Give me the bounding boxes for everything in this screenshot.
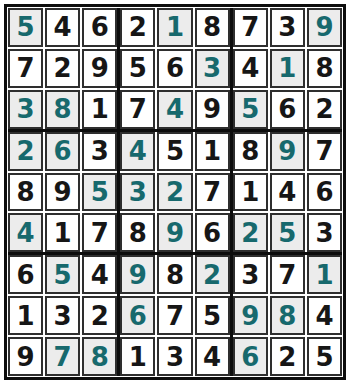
box-1-1: 546729381 <box>8 8 117 129</box>
cell-r5c1-solved[interactable]: 8 <box>8 173 43 212</box>
cell-r1c6-solved[interactable]: 8 <box>195 8 230 47</box>
cell-r7c3-solved[interactable]: 4 <box>82 255 117 294</box>
cell-r5c2-solved[interactable]: 9 <box>45 173 80 212</box>
sudoku-board-frame: 5467293812185637497394185622638954174513… <box>4 4 346 380</box>
cell-r8c2-solved[interactable]: 3 <box>45 296 80 335</box>
cell-r3c7-given[interactable]: 5 <box>233 90 268 129</box>
cell-r6c3-solved[interactable]: 7 <box>82 213 117 252</box>
cell-r8c5-solved[interactable]: 7 <box>157 296 192 335</box>
cell-r1c8-solved[interactable]: 3 <box>270 8 305 47</box>
cell-r3c5-given[interactable]: 4 <box>157 90 192 129</box>
cell-r2c2-solved[interactable]: 2 <box>45 49 80 88</box>
cell-r6c5-given[interactable]: 9 <box>157 213 192 252</box>
cell-r1c2-solved[interactable]: 4 <box>45 8 80 47</box>
cell-r4c9-solved[interactable]: 7 <box>307 132 342 171</box>
cell-r5c3-given[interactable]: 5 <box>82 173 117 212</box>
cell-r3c8-solved[interactable]: 6 <box>270 90 305 129</box>
cell-r4c1-given[interactable]: 2 <box>8 132 43 171</box>
cell-r3c3-solved[interactable]: 1 <box>82 90 117 129</box>
cell-r9c7-given[interactable]: 6 <box>233 337 268 376</box>
cell-r7c8-solved[interactable]: 7 <box>270 255 305 294</box>
cell-r8c6-solved[interactable]: 5 <box>195 296 230 335</box>
box-2-1: 263895417 <box>8 132 117 253</box>
cell-r9c1-solved[interactable]: 9 <box>8 337 43 376</box>
cell-r5c6-solved[interactable]: 7 <box>195 173 230 212</box>
cell-r9c3-given[interactable]: 8 <box>82 337 117 376</box>
cell-r8c8-given[interactable]: 8 <box>270 296 305 335</box>
cell-r2c5-solved[interactable]: 6 <box>157 49 192 88</box>
cell-r5c5-given[interactable]: 2 <box>157 173 192 212</box>
cell-r7c9-given[interactable]: 1 <box>307 255 342 294</box>
cell-r9c8-solved[interactable]: 2 <box>270 337 305 376</box>
box-2-2: 451327896 <box>120 132 229 253</box>
cell-r9c9-solved[interactable]: 5 <box>307 337 342 376</box>
cell-r7c6-given[interactable]: 2 <box>195 255 230 294</box>
cell-r8c9-solved[interactable]: 4 <box>307 296 342 335</box>
cell-r1c7-solved[interactable]: 7 <box>233 8 268 47</box>
box-3-1: 654132978 <box>8 255 117 376</box>
cell-r3c6-solved[interactable]: 9 <box>195 90 230 129</box>
cell-r6c7-given[interactable]: 2 <box>233 213 268 252</box>
cell-r9c6-solved[interactable]: 4 <box>195 337 230 376</box>
cell-r7c4-given[interactable]: 9 <box>120 255 155 294</box>
cell-r1c5-given[interactable]: 1 <box>157 8 192 47</box>
cell-r5c7-solved[interactable]: 1 <box>233 173 268 212</box>
cell-r8c1-solved[interactable]: 1 <box>8 296 43 335</box>
cell-r3c1-given[interactable]: 3 <box>8 90 43 129</box>
cell-r4c5-solved[interactable]: 5 <box>157 132 192 171</box>
cell-r6c1-given[interactable]: 4 <box>8 213 43 252</box>
cell-r2c8-given[interactable]: 1 <box>270 49 305 88</box>
cell-r1c3-solved[interactable]: 6 <box>82 8 117 47</box>
cell-r4c8-given[interactable]: 9 <box>270 132 305 171</box>
cell-r4c7-solved[interactable]: 8 <box>233 132 268 171</box>
cell-r1c9-given[interactable]: 9 <box>307 8 342 47</box>
cell-r4c6-solved[interactable]: 1 <box>195 132 230 171</box>
cell-r9c5-solved[interactable]: 3 <box>157 337 192 376</box>
cell-r2c3-solved[interactable]: 9 <box>82 49 117 88</box>
cell-r3c9-solved[interactable]: 2 <box>307 90 342 129</box>
cell-r6c6-solved[interactable]: 6 <box>195 213 230 252</box>
cell-r3c4-solved[interactable]: 7 <box>120 90 155 129</box>
cell-r6c4-solved[interactable]: 8 <box>120 213 155 252</box>
box-2-3: 897146253 <box>233 132 342 253</box>
sudoku-board: 5467293812185637497394185622638954174513… <box>8 8 342 376</box>
cell-r5c8-solved[interactable]: 4 <box>270 173 305 212</box>
box-3-3: 371984625 <box>233 255 342 376</box>
cell-r2c7-solved[interactable]: 4 <box>233 49 268 88</box>
cell-r8c3-solved[interactable]: 2 <box>82 296 117 335</box>
cell-r5c4-given[interactable]: 3 <box>120 173 155 212</box>
cell-r6c2-solved[interactable]: 1 <box>45 213 80 252</box>
cell-r3c2-given[interactable]: 8 <box>45 90 80 129</box>
cell-r2c6-given[interactable]: 3 <box>195 49 230 88</box>
cell-r4c2-given[interactable]: 6 <box>45 132 80 171</box>
cell-r7c2-given[interactable]: 5 <box>45 255 80 294</box>
cell-r9c2-given[interactable]: 7 <box>45 337 80 376</box>
cell-r4c4-given[interactable]: 4 <box>120 132 155 171</box>
cell-r8c7-given[interactable]: 9 <box>233 296 268 335</box>
box-3-2: 982675134 <box>120 255 229 376</box>
cell-r7c5-solved[interactable]: 8 <box>157 255 192 294</box>
cell-r6c8-given[interactable]: 5 <box>270 213 305 252</box>
cell-r9c4-solved[interactable]: 1 <box>120 337 155 376</box>
cell-r6c9-solved[interactable]: 3 <box>307 213 342 252</box>
box-1-2: 218563749 <box>120 8 229 129</box>
cell-r5c9-solved[interactable]: 6 <box>307 173 342 212</box>
cell-r1c1-given[interactable]: 5 <box>8 8 43 47</box>
cell-r1c4-solved[interactable]: 2 <box>120 8 155 47</box>
box-1-3: 739418562 <box>233 8 342 129</box>
cell-r7c7-solved[interactable]: 3 <box>233 255 268 294</box>
cell-r4c3-solved[interactable]: 3 <box>82 132 117 171</box>
cell-r7c1-solved[interactable]: 6 <box>8 255 43 294</box>
cell-r2c9-solved[interactable]: 8 <box>307 49 342 88</box>
cell-r2c1-solved[interactable]: 7 <box>8 49 43 88</box>
cell-r8c4-given[interactable]: 6 <box>120 296 155 335</box>
cell-r2c4-solved[interactable]: 5 <box>120 49 155 88</box>
